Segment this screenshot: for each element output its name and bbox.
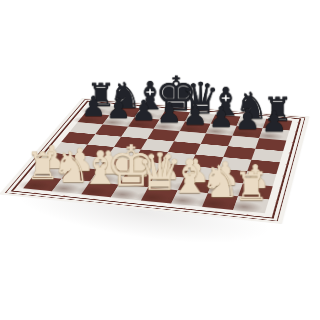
square-h1[interactable]: ♜ [233,196,269,213]
square-h6[interactable] [255,138,286,151]
piece-black-pawn[interactable]: ♟ [253,107,295,136]
piece-white-rook[interactable]: ♜ [227,168,276,207]
rank-label-5: 5 [284,152,293,164]
file-label-a: a [19,190,50,196]
chess-board: abcdefgh 87654321 ♜♞♝♚♛♝♞♜♟♟♟♟♟♟♟♟♟♟♟♟♟♟… [0,98,310,224]
product-photo-canvas: abcdefgh 87654321 ♜♞♝♚♛♝♞♜♟♟♟♟♟♟♟♟♟♟♟♟♟♟… [0,0,320,320]
scene-3d: abcdefgh 87654321 ♜♞♝♚♛♝♞♜♟♟♟♟♟♟♟♟♟♟♟♟♟♟… [0,0,320,320]
rank-label-4: 4 [281,163,291,175]
rank-label-6: 6 [288,141,297,152]
